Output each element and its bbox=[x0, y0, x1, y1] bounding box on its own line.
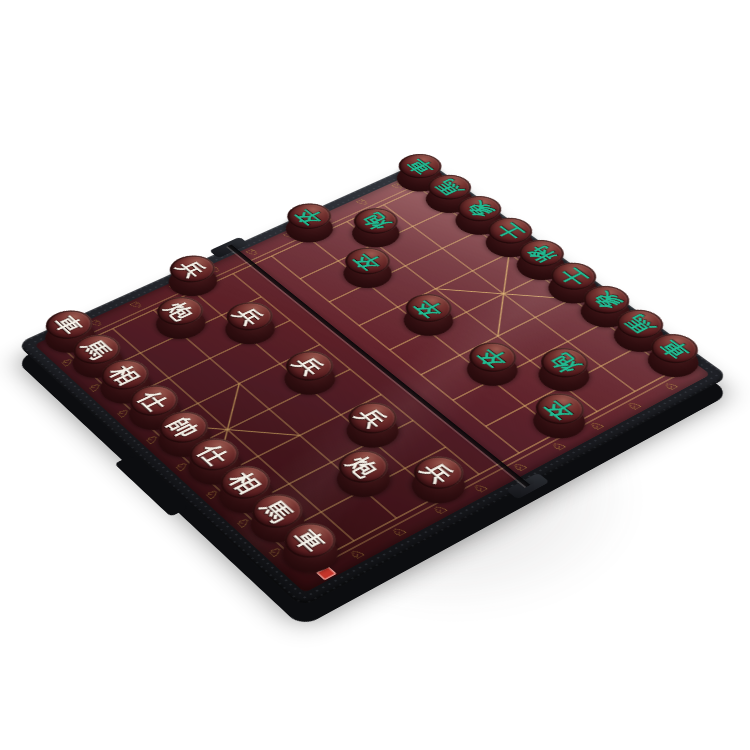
piece-glyph: 兵 bbox=[353, 405, 393, 431]
xiangqi-board[interactable]: ♘♘♘♘♘♘♘♘♘♘♘♘♘♘♘♘♘♘♘♘♘♘♘♘♘♘♘♘♘♘♘♘♘♘ 車馬象士將… bbox=[16, 159, 729, 607]
piece-glyph: 車 bbox=[50, 313, 88, 336]
piece-glyph: 炮 bbox=[343, 453, 384, 480]
piece-glyph: 卒 bbox=[540, 396, 580, 421]
piece-glyph: 相 bbox=[106, 362, 145, 387]
piece-glyph: 馬 bbox=[78, 337, 116, 361]
piece-glyph: 車 bbox=[655, 337, 694, 361]
piece-glyph: 卒 bbox=[410, 296, 448, 319]
piece-glyph: 車 bbox=[403, 156, 438, 176]
product-photo-stage: ♘♘♘♘♘♘♘♘♘♘♘♘♘♘♘♘♘♘♘♘♘♘♘♘♘♘♘♘♘♘♘♘♘♘ 車馬象士將… bbox=[0, 0, 750, 750]
piece-green-p-f0r3[interactable]: 卒 bbox=[279, 198, 340, 234]
piece-glyph: 炮 bbox=[161, 299, 198, 322]
piece-glyph: 炮 bbox=[358, 210, 394, 231]
piece-glyph: 仕 bbox=[134, 388, 173, 413]
piece-white-p-f0r6[interactable]: 兵 bbox=[161, 250, 224, 288]
piece-glyph: 卒 bbox=[291, 206, 327, 227]
scene: ♘♘♘♘♘♘♘♘♘♘♘♘♘♘♘♘♘♘♘♘♘♘♘♘♘♘♘♘♘♘♘♘♘♘ 車馬象士將… bbox=[0, 0, 750, 750]
piece-glyph: 炮 bbox=[545, 351, 584, 375]
piece-glyph: 士 bbox=[555, 265, 592, 287]
piece-glyph: 車 bbox=[289, 526, 331, 555]
piece-glyph: 馬 bbox=[432, 177, 468, 197]
piece-glyph: 兵 bbox=[290, 354, 329, 378]
piece-glyph: 卒 bbox=[349, 250, 386, 272]
piece-glyph: 帥 bbox=[164, 414, 204, 440]
piece-glyph: 卒 bbox=[473, 345, 512, 369]
piece-glyph: 士 bbox=[492, 220, 528, 241]
piece-glyph: 相 bbox=[225, 469, 266, 496]
piece-glyph: 兵 bbox=[174, 258, 211, 280]
piece-glyph: 兵 bbox=[418, 459, 459, 486]
piece-glyph: 兵 bbox=[231, 305, 269, 328]
piece-glyph: 馬 bbox=[257, 497, 298, 525]
piece-glyph: 象 bbox=[587, 288, 625, 311]
piece-glyph: 象 bbox=[461, 198, 497, 219]
piece-glyph: 馬 bbox=[621, 312, 659, 335]
piece-glyph: 將 bbox=[523, 242, 560, 264]
piece-glyph: 仕 bbox=[194, 441, 234, 468]
